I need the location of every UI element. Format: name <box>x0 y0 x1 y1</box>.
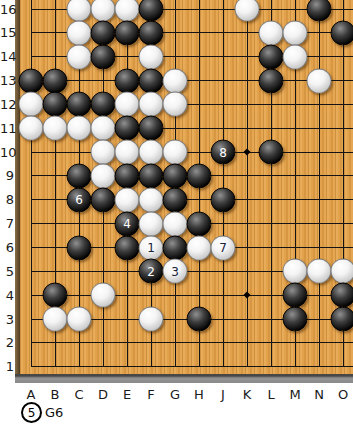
grid-line <box>247 0 248 367</box>
stone-white-F7[interactable] <box>139 211 164 236</box>
col-label-E: E <box>117 388 137 401</box>
stone-white-C3[interactable] <box>67 307 92 332</box>
stone-white-N5[interactable] <box>307 259 332 284</box>
col-label-C: C <box>69 388 89 401</box>
stone-white-B11[interactable] <box>43 116 68 141</box>
row-label-10: 10 <box>0 146 14 159</box>
row-label-1: 1 <box>0 360 14 373</box>
col-label-F: F <box>141 388 161 401</box>
stone-white-M14[interactable] <box>283 44 308 69</box>
row-label-13: 13 <box>0 74 14 87</box>
row-label-12: 12 <box>0 98 14 111</box>
stone-black-H9[interactable] <box>187 163 212 188</box>
stone-white-J6[interactable]: 7 <box>211 235 236 260</box>
stone-black-B4[interactable] <box>43 283 68 308</box>
move-number: 2 <box>147 265 155 277</box>
stone-white-M15[interactable] <box>283 20 308 45</box>
row-label-3: 3 <box>0 313 14 326</box>
col-label-G: G <box>165 388 185 401</box>
stone-black-D14[interactable] <box>91 44 116 69</box>
stone-white-G13[interactable] <box>163 68 188 93</box>
row-label-11: 11 <box>0 122 14 135</box>
row-label-16: 16 <box>0 3 14 16</box>
stone-black-H3[interactable] <box>187 307 212 332</box>
stone-white-F8[interactable] <box>139 187 164 212</box>
stone-black-E13[interactable] <box>115 68 140 93</box>
stone-black-F9[interactable] <box>139 163 164 188</box>
caption-coordinate: G6 <box>45 405 63 420</box>
move-number: 1 <box>147 242 155 254</box>
stone-black-O3[interactable] <box>331 307 353 332</box>
stone-black-L14[interactable] <box>259 44 284 69</box>
stone-black-O15[interactable] <box>331 20 353 45</box>
grid-line <box>31 342 353 343</box>
stone-black-F5[interactable]: 2 <box>139 259 164 284</box>
col-label-M: M <box>285 388 305 401</box>
stone-black-G6[interactable] <box>163 235 188 260</box>
stone-black-F13[interactable] <box>139 68 164 93</box>
stone-white-C14[interactable] <box>67 44 92 69</box>
row-label-5: 5 <box>0 265 14 278</box>
grid-line <box>31 0 32 367</box>
stone-black-D12[interactable] <box>91 92 116 117</box>
stone-black-C6[interactable] <box>67 235 92 260</box>
stone-black-L13[interactable] <box>259 68 284 93</box>
stone-black-G9[interactable] <box>163 163 188 188</box>
move-number: 7 <box>219 242 227 254</box>
stone-black-F15[interactable] <box>139 20 164 45</box>
stone-black-O4[interactable] <box>331 283 353 308</box>
row-label-7: 7 <box>0 217 14 230</box>
grid-line <box>31 366 353 367</box>
move-number: 3 <box>171 265 179 277</box>
stone-black-J10[interactable]: 8 <box>211 140 236 165</box>
stone-white-E8[interactable] <box>115 187 140 212</box>
move-number: 6 <box>75 194 83 206</box>
grid-line <box>223 0 224 367</box>
col-label-D: D <box>93 388 113 401</box>
grid-line <box>31 80 353 81</box>
stone-white-D4[interactable] <box>91 283 116 308</box>
stone-white-G12[interactable] <box>163 92 188 117</box>
stone-black-E9[interactable] <box>115 163 140 188</box>
stone-black-B13[interactable] <box>43 68 68 93</box>
grid-line <box>31 152 353 153</box>
stone-white-G10[interactable] <box>163 140 188 165</box>
stone-white-D9[interactable] <box>91 163 116 188</box>
move-number: 8 <box>219 146 227 158</box>
stone-black-A13[interactable] <box>19 68 44 93</box>
stone-white-A12[interactable] <box>19 92 44 117</box>
stone-white-N13[interactable] <box>307 68 332 93</box>
row-label-9: 9 <box>0 169 14 182</box>
col-label-N: N <box>309 388 329 401</box>
stone-white-F6[interactable]: 1 <box>139 235 164 260</box>
stone-white-D10[interactable] <box>91 140 116 165</box>
caption-move-number: 5 <box>28 407 36 419</box>
row-label-8: 8 <box>0 193 14 206</box>
stone-white-O5[interactable] <box>331 259 353 284</box>
stone-black-H7[interactable] <box>187 211 212 236</box>
col-label-J: J <box>213 388 233 401</box>
stone-black-J8[interactable] <box>211 187 236 212</box>
stone-white-F12[interactable] <box>139 92 164 117</box>
stone-black-D8[interactable] <box>91 187 116 212</box>
stone-black-L10[interactable] <box>259 140 284 165</box>
stone-black-M3[interactable] <box>283 307 308 332</box>
stone-white-C15[interactable] <box>67 20 92 45</box>
row-label-4: 4 <box>0 289 14 302</box>
col-label-K: K <box>237 388 257 401</box>
row-label-6: 6 <box>0 241 14 254</box>
stone-black-E15[interactable] <box>115 20 140 45</box>
stone-black-D15[interactable] <box>91 20 116 45</box>
row-label-14: 14 <box>0 50 14 63</box>
stone-black-C9[interactable] <box>67 163 92 188</box>
col-label-A: A <box>21 388 41 401</box>
stone-white-E12[interactable] <box>115 92 140 117</box>
stone-white-F14[interactable] <box>139 44 164 69</box>
stone-white-G5[interactable]: 3 <box>163 259 188 284</box>
stone-white-F10[interactable] <box>139 140 164 165</box>
caption-white-stone-5: 5 <box>21 402 42 423</box>
stone-black-C8[interactable]: 6 <box>67 187 92 212</box>
stone-black-G8[interactable] <box>163 187 188 212</box>
stone-black-F11[interactable] <box>139 116 164 141</box>
stone-white-H6[interactable] <box>187 235 212 260</box>
row-label-15: 15 <box>0 26 14 39</box>
grid-line <box>319 0 320 367</box>
stone-white-L15[interactable] <box>259 20 284 45</box>
stone-white-B3[interactable] <box>43 307 68 332</box>
stone-white-A11[interactable] <box>19 116 44 141</box>
col-label-H: H <box>189 388 209 401</box>
stone-white-C11[interactable] <box>67 116 92 141</box>
stone-black-E11[interactable] <box>115 116 140 141</box>
board-bottom-edge <box>15 374 353 383</box>
stone-white-E10[interactable] <box>115 140 140 165</box>
row-label-2: 2 <box>0 336 14 349</box>
stone-black-B12[interactable] <box>43 92 68 117</box>
stone-white-F3[interactable] <box>139 307 164 332</box>
stone-black-M4[interactable] <box>283 283 308 308</box>
stone-white-G7[interactable] <box>163 211 188 236</box>
stone-black-E6[interactable] <box>115 235 140 260</box>
col-label-O: O <box>333 388 353 401</box>
stone-white-M5[interactable] <box>283 259 308 284</box>
col-label-L: L <box>261 388 281 401</box>
stone-white-D11[interactable] <box>91 116 116 141</box>
go-diagram: 5 G6 8641723ABCDEFGHJKLMNO16151413121110… <box>0 0 353 441</box>
col-label-B: B <box>45 388 65 401</box>
stone-black-C12[interactable] <box>67 92 92 117</box>
move-number: 4 <box>123 218 131 230</box>
stone-black-E7[interactable]: 4 <box>115 211 140 236</box>
